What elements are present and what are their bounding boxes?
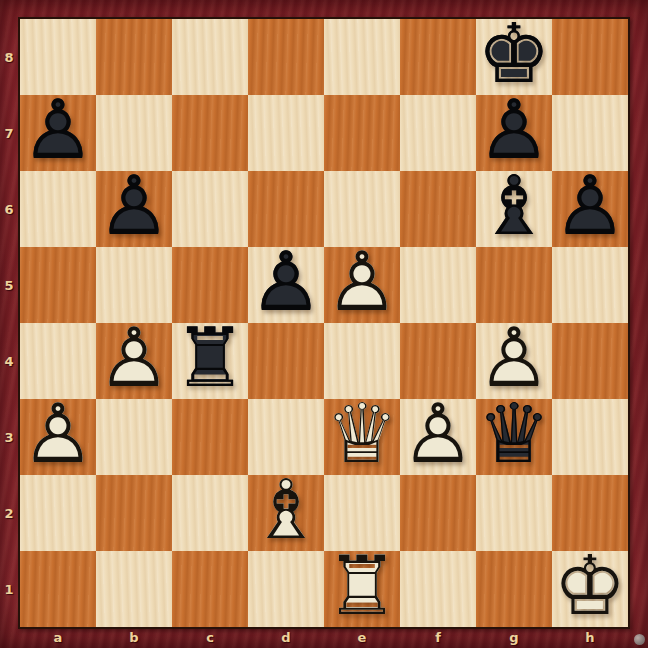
black-king-outline: ♔: [476, 16, 552, 92]
square-a7[interactable]: ♟♙: [20, 95, 96, 171]
square-f5[interactable]: [400, 247, 476, 323]
square-g3[interactable]: ♛♕: [476, 399, 552, 475]
piece-black-pawn[interactable]: ♟♙: [248, 247, 324, 323]
black-pawn-outline: ♙: [552, 168, 628, 244]
square-h6[interactable]: ♟♙: [552, 171, 628, 247]
square-f2[interactable]: [400, 475, 476, 551]
square-c6[interactable]: [172, 171, 248, 247]
square-f7[interactable]: [400, 95, 476, 171]
white-pawn-outline: ♙: [476, 320, 552, 396]
square-f3[interactable]: ♟♙: [400, 399, 476, 475]
black-pawn-outline: ♙: [20, 92, 96, 168]
square-f1[interactable]: [400, 551, 476, 627]
square-f6[interactable]: [400, 171, 476, 247]
chess-board: ♚♔♟♙♟♙♟♙♝♗♟♙♟♙♟♙♟♙♜♖♟♙♟♙♛♕♟♙♛♕♝♗♜♖♚♔: [20, 19, 628, 627]
file-label-d: d: [248, 627, 324, 648]
piece-white-rook[interactable]: ♜♖: [324, 551, 400, 627]
square-d2[interactable]: ♝♗: [248, 475, 324, 551]
square-a2[interactable]: [20, 475, 96, 551]
square-b2[interactable]: [96, 475, 172, 551]
rank-label-1: 1: [0, 551, 18, 627]
white-pawn-outline: ♙: [400, 396, 476, 472]
black-pawn-outline: ♙: [248, 244, 324, 320]
square-c1[interactable]: [172, 551, 248, 627]
black-bishop-outline: ♗: [476, 168, 552, 244]
rank-label-6: 6: [0, 171, 18, 247]
square-e1[interactable]: ♜♖: [324, 551, 400, 627]
square-c3[interactable]: [172, 399, 248, 475]
square-g2[interactable]: [476, 475, 552, 551]
white-king-outline: ♔: [552, 548, 628, 624]
white-pawn-outline: ♙: [96, 320, 172, 396]
piece-white-pawn[interactable]: ♟♙: [20, 399, 96, 475]
black-rook-outline: ♖: [172, 320, 248, 396]
piece-white-bishop[interactable]: ♝♗: [248, 475, 324, 551]
file-label-e: e: [324, 627, 400, 648]
white-pawn-outline: ♙: [20, 396, 96, 472]
square-d5[interactable]: ♟♙: [248, 247, 324, 323]
file-label-b: b: [96, 627, 172, 648]
square-e5[interactable]: ♟♙: [324, 247, 400, 323]
piece-white-king[interactable]: ♚♔: [552, 551, 628, 627]
file-label-c: c: [172, 627, 248, 648]
square-g1[interactable]: [476, 551, 552, 627]
piece-black-queen[interactable]: ♛♕: [476, 399, 552, 475]
file-label-h: h: [552, 627, 628, 648]
white-pawn-outline: ♙: [324, 244, 400, 320]
square-e7[interactable]: [324, 95, 400, 171]
square-b1[interactable]: [96, 551, 172, 627]
piece-white-pawn[interactable]: ♟♙: [96, 323, 172, 399]
square-a1[interactable]: [20, 551, 96, 627]
square-d8[interactable]: [248, 19, 324, 95]
board-outline: ♚♔♟♙♟♙♟♙♝♗♟♙♟♙♟♙♟♙♜♖♟♙♟♙♛♕♟♙♛♕♝♗♜♖♚♔: [18, 17, 630, 629]
piece-black-pawn[interactable]: ♟♙: [96, 171, 172, 247]
square-a3[interactable]: ♟♙: [20, 399, 96, 475]
piece-white-pawn[interactable]: ♟♙: [400, 399, 476, 475]
piece-white-queen[interactable]: ♛♕: [324, 399, 400, 475]
square-d1[interactable]: [248, 551, 324, 627]
square-h1[interactable]: ♚♔: [552, 551, 628, 627]
square-c4[interactable]: ♜♖: [172, 323, 248, 399]
square-h4[interactable]: [552, 323, 628, 399]
rank-label-8: 8: [0, 19, 18, 95]
white-queen-outline: ♕: [324, 396, 400, 472]
square-e8[interactable]: [324, 19, 400, 95]
chess-board-frame: ♚♔♟♙♟♙♟♙♝♗♟♙♟♙♟♙♟♙♜♖♟♙♟♙♛♕♟♙♛♕♝♗♜♖♚♔ 876…: [0, 0, 648, 648]
black-pawn-outline: ♙: [476, 92, 552, 168]
square-h5[interactable]: [552, 247, 628, 323]
square-e3[interactable]: ♛♕: [324, 399, 400, 475]
square-b6[interactable]: ♟♙: [96, 171, 172, 247]
piece-black-bishop[interactable]: ♝♗: [476, 171, 552, 247]
square-h3[interactable]: [552, 399, 628, 475]
piece-white-pawn[interactable]: ♟♙: [324, 247, 400, 323]
square-h8[interactable]: [552, 19, 628, 95]
corner-dot: [634, 634, 645, 645]
white-rook-outline: ♖: [324, 548, 400, 624]
rank-label-2: 2: [0, 475, 18, 551]
rank-label-4: 4: [0, 323, 18, 399]
piece-black-pawn[interactable]: ♟♙: [20, 95, 96, 171]
piece-black-pawn[interactable]: ♟♙: [552, 171, 628, 247]
square-g6[interactable]: ♝♗: [476, 171, 552, 247]
white-bishop-outline: ♗: [248, 472, 324, 548]
square-c7[interactable]: [172, 95, 248, 171]
square-c8[interactable]: [172, 19, 248, 95]
square-a6[interactable]: [20, 171, 96, 247]
rank-label-3: 3: [0, 399, 18, 475]
file-label-f: f: [400, 627, 476, 648]
black-pawn-outline: ♙: [96, 168, 172, 244]
square-b8[interactable]: [96, 19, 172, 95]
piece-black-rook[interactable]: ♜♖: [172, 323, 248, 399]
file-label-a: a: [20, 627, 96, 648]
rank-label-7: 7: [0, 95, 18, 171]
square-b4[interactable]: ♟♙: [96, 323, 172, 399]
square-d4[interactable]: [248, 323, 324, 399]
black-queen-outline: ♕: [476, 396, 552, 472]
square-a5[interactable]: [20, 247, 96, 323]
square-f8[interactable]: [400, 19, 476, 95]
square-d7[interactable]: [248, 95, 324, 171]
square-b3[interactable]: [96, 399, 172, 475]
square-c2[interactable]: [172, 475, 248, 551]
file-label-g: g: [476, 627, 552, 648]
rank-label-5: 5: [0, 247, 18, 323]
